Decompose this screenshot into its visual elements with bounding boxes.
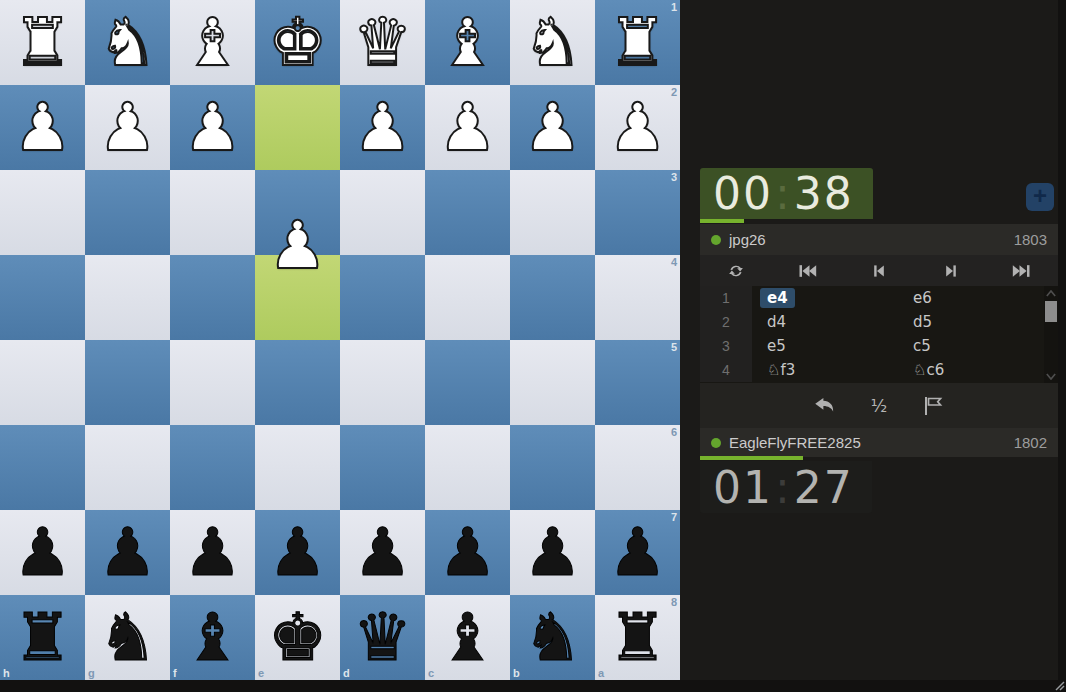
opponent-name[interactable]: jpg26 <box>729 231 1006 248</box>
black-knight[interactable]: ♞ <box>510 595 595 680</box>
square-g5[interactable] <box>85 340 170 425</box>
scroll-up-icon[interactable] <box>1045 288 1057 298</box>
black-pawn[interactable]: ♟ <box>255 510 340 595</box>
square-e1[interactable]: ♚ <box>255 0 340 85</box>
move-list-scrollbar[interactable] <box>1044 286 1058 383</box>
player-time-bar <box>700 456 803 460</box>
square-a7[interactable]: ♟7 <box>595 510 680 595</box>
square-f7[interactable]: ♟ <box>170 510 255 595</box>
move-list-rows: 1e4e62d4d53e5c54♘f3♘c6 <box>700 286 1058 382</box>
square-d1[interactable]: ♛ <box>340 0 425 85</box>
last-move-button[interactable] <box>986 255 1058 286</box>
white-move-cell[interactable]: e4 <box>752 286 898 310</box>
white-pawn[interactable]: ♟ <box>425 85 510 170</box>
square-h6[interactable] <box>0 425 85 510</box>
square-d8[interactable]: ♛d <box>340 595 425 680</box>
black-pawn[interactable]: ♟ <box>170 510 255 595</box>
square-h5[interactable] <box>0 340 85 425</box>
square-f5[interactable] <box>170 340 255 425</box>
player-row[interactable]: EagleFlyFREE2825 1802 <box>700 428 1058 457</box>
rank-label: 7 <box>671 511 677 523</box>
square-e7[interactable]: ♟ <box>255 510 340 595</box>
rank-label: 3 <box>671 171 677 183</box>
square-h8[interactable]: ♜h <box>0 595 85 680</box>
square-c4[interactable] <box>425 255 510 340</box>
white-pawn[interactable]: ♟ <box>340 85 425 170</box>
square-g4[interactable] <box>85 255 170 340</box>
white-knight[interactable]: ♞ <box>510 0 595 85</box>
offer-draw-button[interactable]: ½ <box>866 393 892 419</box>
white-bishop[interactable]: ♝ <box>425 0 510 85</box>
file-label: h <box>3 667 10 679</box>
square-f3[interactable] <box>170 170 255 255</box>
move-nav-bar <box>700 255 1058 286</box>
black-pawn[interactable]: ♟ <box>0 510 85 595</box>
black-move-cell[interactable]: d5 <box>898 310 1044 334</box>
online-dot <box>711 438 721 448</box>
game-page: { "game": "chess", "position": { "fen": … <box>0 0 1066 692</box>
rank-label: 6 <box>671 426 677 438</box>
move-number: 4 <box>700 358 752 382</box>
rank-label: 2 <box>671 86 677 98</box>
black-rook[interactable]: ♜ <box>595 595 680 680</box>
white-bishop[interactable]: ♝ <box>170 0 255 85</box>
square-a5[interactable]: 5 <box>595 340 680 425</box>
file-label: b <box>513 667 520 679</box>
clock-colon: : <box>773 168 794 219</box>
clock-bottom-minutes: 01 <box>713 462 773 513</box>
square-b6[interactable] <box>510 425 595 510</box>
player-rating: 1802 <box>1014 434 1047 451</box>
black-rook[interactable]: ♜ <box>0 595 85 680</box>
resign-flag-icon <box>921 395 945 417</box>
prev-move-button[interactable] <box>843 255 915 286</box>
half-point-label: ½ <box>871 396 887 416</box>
rank-label: 4 <box>671 256 677 268</box>
square-c3[interactable] <box>425 170 510 255</box>
file-label: f <box>173 667 177 679</box>
square-d2[interactable]: ♟ <box>340 85 425 170</box>
move-number: 1 <box>700 286 752 310</box>
square-f1[interactable]: ♝ <box>170 0 255 85</box>
opponent-row[interactable]: jpg26 1803 <box>700 224 1058 255</box>
square-f2[interactable]: ♟ <box>170 85 255 170</box>
square-d6[interactable] <box>340 425 425 510</box>
analysis-cycle-button[interactable] <box>700 255 772 286</box>
black-pawn[interactable]: ♟ <box>595 510 680 595</box>
white-pawn[interactable]: ♟ <box>510 85 595 170</box>
square-b2[interactable]: ♟ <box>510 85 595 170</box>
black-king[interactable]: ♚ <box>255 595 340 680</box>
black-pawn[interactable]: ♟ <box>510 510 595 595</box>
file-label: c <box>428 667 434 679</box>
white-pawn[interactable]: ♟ <box>85 85 170 170</box>
white-rook[interactable]: ♜ <box>595 0 680 85</box>
board-resize-handle[interactable] <box>1053 679 1065 691</box>
resign-button[interactable] <box>920 393 946 419</box>
prev-move-icon <box>871 263 887 279</box>
square-c2[interactable]: ♟ <box>425 85 510 170</box>
square-g1[interactable]: ♞ <box>85 0 170 85</box>
square-e2[interactable] <box>255 85 340 170</box>
first-move-button[interactable] <box>772 255 844 286</box>
square-e6[interactable] <box>255 425 340 510</box>
square-f8[interactable]: ♝f <box>170 595 255 680</box>
square-e8[interactable]: ♚e <box>255 595 340 680</box>
clock-bottom-seconds: 27 <box>794 462 854 513</box>
scroll-down-icon[interactable] <box>1045 371 1057 381</box>
first-move-icon <box>797 263 817 279</box>
white-pawn[interactable]: ♟ <box>170 85 255 170</box>
chess-board[interactable]: ♜♞♝♚♛♝♞♜1♟♟♟♟♟♟♟23♟456♟♟♟♟♟♟♟♟7♜h♞g♝f♚e♛… <box>0 0 680 680</box>
square-a8[interactable]: ♜8a <box>595 595 680 680</box>
square-b1[interactable]: ♞ <box>510 0 595 85</box>
square-a4[interactable]: 4 <box>595 255 680 340</box>
file-label: e <box>258 667 264 679</box>
square-g3[interactable] <box>85 170 170 255</box>
clock-top-seconds: 38 <box>794 168 854 219</box>
black-bishop[interactable]: ♝ <box>170 595 255 680</box>
plus-icon: + <box>1033 184 1047 208</box>
square-c1[interactable]: ♝ <box>425 0 510 85</box>
black-pawn[interactable]: ♟ <box>425 510 510 595</box>
opponent-rating: 1803 <box>1014 231 1047 248</box>
square-g7[interactable]: ♟ <box>85 510 170 595</box>
takeback-icon <box>812 395 838 417</box>
square-e4[interactable]: ♟ <box>255 255 340 340</box>
square-b7[interactable]: ♟ <box>510 510 595 595</box>
square-b3[interactable] <box>510 170 595 255</box>
square-d4[interactable] <box>340 255 425 340</box>
white-pawn[interactable]: ♟ <box>595 85 680 170</box>
scrollbar-thumb[interactable] <box>1045 301 1057 322</box>
square-d7[interactable]: ♟ <box>340 510 425 595</box>
bottom-edge <box>0 680 1066 692</box>
square-f6[interactable] <box>170 425 255 510</box>
white-pawn[interactable]: ♟ <box>0 85 85 170</box>
opponent-time-bar <box>700 219 744 223</box>
add-time-button[interactable]: + <box>1026 183 1054 211</box>
file-label: a <box>598 667 604 679</box>
next-move-icon <box>943 263 959 279</box>
right-edge <box>1058 0 1066 692</box>
square-h1[interactable]: ♜ <box>0 0 85 85</box>
file-label: d <box>343 667 350 679</box>
square-f4[interactable] <box>170 255 255 340</box>
square-h7[interactable]: ♟ <box>0 510 85 595</box>
move-number: 3 <box>700 334 752 358</box>
takeback-button[interactable] <box>812 393 838 419</box>
square-b5[interactable] <box>510 340 595 425</box>
black-pawn[interactable]: ♟ <box>85 510 170 595</box>
white-knight[interactable]: ♞ <box>85 0 170 85</box>
square-g2[interactable]: ♟ <box>85 85 170 170</box>
square-e5[interactable] <box>255 340 340 425</box>
cycle-icon <box>726 262 746 280</box>
square-b8[interactable]: ♞b <box>510 595 595 680</box>
rank-label: 5 <box>671 341 677 353</box>
last-move-icon <box>1012 263 1032 279</box>
square-a2[interactable]: ♟2 <box>595 85 680 170</box>
clock-colon: : <box>773 462 794 513</box>
rank-label: 8 <box>671 596 677 608</box>
move-list[interactable]: 1e4e62d4d53e5c54♘f3♘c6 <box>700 286 1058 383</box>
white-move-cell[interactable]: d4 <box>752 310 898 334</box>
square-g8[interactable]: ♞g <box>85 595 170 680</box>
square-h3[interactable] <box>0 170 85 255</box>
square-d3[interactable] <box>340 170 425 255</box>
black-knight[interactable]: ♞ <box>85 595 170 680</box>
white-move-cell[interactable]: ♘f3 <box>752 358 898 382</box>
white-move-cell[interactable]: e5 <box>752 334 898 358</box>
rank-label: 1 <box>671 1 677 13</box>
square-c7[interactable]: ♟ <box>425 510 510 595</box>
square-c6[interactable] <box>425 425 510 510</box>
opponent-clock: 00:38 <box>700 168 873 219</box>
black-queen[interactable]: ♛ <box>340 595 425 680</box>
next-move-button[interactable] <box>915 255 987 286</box>
square-h2[interactable]: ♟ <box>0 85 85 170</box>
white-pawn[interactable]: ♟ <box>255 203 340 288</box>
square-c8[interactable]: ♝c <box>425 595 510 680</box>
square-d5[interactable] <box>340 340 425 425</box>
white-king[interactable]: ♚ <box>255 0 340 85</box>
black-pawn[interactable]: ♟ <box>340 510 425 595</box>
clock-top-minutes: 00 <box>713 168 773 219</box>
white-queen[interactable]: ♛ <box>340 0 425 85</box>
square-h4[interactable] <box>0 255 85 340</box>
square-c5[interactable] <box>425 340 510 425</box>
black-bishop[interactable]: ♝ <box>425 595 510 680</box>
square-a6[interactable]: 6 <box>595 425 680 510</box>
square-g6[interactable] <box>85 425 170 510</box>
move-number: 2 <box>700 310 752 334</box>
player-clock: 01:27 <box>700 461 872 513</box>
file-label: g <box>88 667 95 679</box>
black-move-cell[interactable]: ♘c6 <box>898 358 1044 382</box>
black-move-cell[interactable]: e6 <box>898 286 1044 310</box>
game-actions-bar: ½ <box>700 383 1058 428</box>
online-dot <box>711 235 721 245</box>
player-name[interactable]: EagleFlyFREE2825 <box>729 434 1006 451</box>
square-a1[interactable]: ♜1 <box>595 0 680 85</box>
square-a3[interactable]: 3 <box>595 170 680 255</box>
black-move-cell[interactable]: c5 <box>898 334 1044 358</box>
white-rook[interactable]: ♜ <box>0 0 85 85</box>
square-b4[interactable] <box>510 255 595 340</box>
